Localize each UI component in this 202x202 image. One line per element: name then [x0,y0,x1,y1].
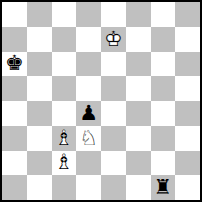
white-knight: ♞♘ [76,126,101,151]
square-h2[interactable] [175,151,200,176]
square-d7[interactable] [76,27,101,52]
square-g5[interactable] [151,76,176,101]
square-e2[interactable] [101,151,126,176]
square-h3[interactable] [175,126,200,151]
square-a2[interactable] [2,151,27,176]
white-bishop-glyph: ♗ [52,151,77,176]
black-pawn: ♟ [76,101,101,126]
square-g3[interactable] [151,126,176,151]
white-bishop: ♝♗ [52,126,77,151]
square-c3[interactable]: ♝♗ [52,126,77,151]
square-d6[interactable] [76,52,101,77]
square-d4[interactable]: ♟ [76,101,101,126]
square-e3[interactable] [101,126,126,151]
square-c4[interactable] [52,101,77,126]
square-b8[interactable] [27,2,52,27]
white-bishop-glyph: ♗ [52,126,77,151]
square-c2[interactable]: ♝♗ [52,151,77,176]
square-h7[interactable] [175,27,200,52]
square-c7[interactable] [52,27,77,52]
square-a7[interactable] [2,27,27,52]
square-d8[interactable] [76,2,101,27]
square-b6[interactable] [27,52,52,77]
white-king-glyph: ♔ [101,27,126,52]
square-e4[interactable] [101,101,126,126]
square-b5[interactable] [27,76,52,101]
black-pawn-glyph: ♟ [76,101,101,126]
square-g7[interactable] [151,27,176,52]
square-a1[interactable] [2,175,27,200]
square-h8[interactable] [175,2,200,27]
square-h1[interactable] [175,175,200,200]
square-e7[interactable]: ♚♔ [101,27,126,52]
square-f2[interactable] [126,151,151,176]
square-g6[interactable] [151,52,176,77]
square-e8[interactable] [101,2,126,27]
white-king: ♚♔ [101,27,126,52]
square-f8[interactable] [126,2,151,27]
square-b7[interactable] [27,27,52,52]
square-c8[interactable] [52,2,77,27]
square-f5[interactable] [126,76,151,101]
square-a3[interactable] [2,126,27,151]
square-b2[interactable] [27,151,52,176]
square-b4[interactable] [27,101,52,126]
square-c6[interactable] [52,52,77,77]
chess-board: ♚♔♚♟♝♗♞♘♝♗♜ [2,2,200,200]
white-bishop: ♝♗ [52,151,77,176]
square-c1[interactable] [52,175,77,200]
black-king-glyph: ♚ [2,52,27,77]
square-a6[interactable]: ♚ [2,52,27,77]
square-f3[interactable] [126,126,151,151]
square-h5[interactable] [175,76,200,101]
chess-board-frame: ♚♔♚♟♝♗♞♘♝♗♜ [0,0,202,202]
square-f4[interactable] [126,101,151,126]
square-e1[interactable] [101,175,126,200]
square-b1[interactable] [27,175,52,200]
square-f6[interactable] [126,52,151,77]
square-d5[interactable] [76,76,101,101]
black-rook: ♜ [151,175,176,200]
square-g8[interactable] [151,2,176,27]
square-h6[interactable] [175,52,200,77]
square-a8[interactable] [2,2,27,27]
square-d2[interactable] [76,151,101,176]
square-a4[interactable] [2,101,27,126]
black-rook-glyph: ♜ [151,175,176,200]
black-king: ♚ [2,52,27,77]
square-f1[interactable] [126,175,151,200]
square-e6[interactable] [101,52,126,77]
square-e5[interactable] [101,76,126,101]
square-g4[interactable] [151,101,176,126]
white-knight-glyph: ♘ [76,126,101,151]
square-g2[interactable] [151,151,176,176]
square-f7[interactable] [126,27,151,52]
square-c5[interactable] [52,76,77,101]
square-d1[interactable] [76,175,101,200]
square-h4[interactable] [175,101,200,126]
square-a5[interactable] [2,76,27,101]
square-g1[interactable]: ♜ [151,175,176,200]
square-d3[interactable]: ♞♘ [76,126,101,151]
square-b3[interactable] [27,126,52,151]
